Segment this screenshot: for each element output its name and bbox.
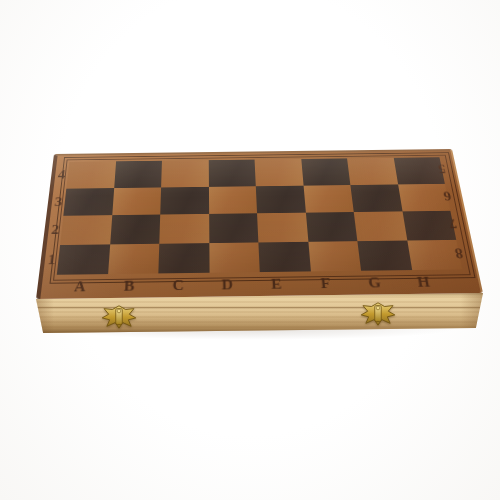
chess-box-photo: 4321 5678 ABCDEFGH	[0, 0, 500, 500]
square-e1	[258, 241, 310, 272]
board-grid	[57, 157, 462, 275]
square-c1	[158, 243, 209, 274]
square-c4	[161, 160, 208, 187]
brass-clasp-right	[359, 300, 397, 328]
square-e3	[256, 185, 306, 213]
square-g3	[350, 184, 402, 212]
square-e4	[255, 159, 304, 186]
file-label-b: B	[104, 276, 154, 296]
file-labels: ABCDEFGH	[54, 273, 449, 297]
file-label-h: H	[398, 273, 450, 293]
square-f4	[301, 158, 351, 185]
square-f1	[308, 241, 361, 272]
square-d2	[209, 213, 259, 242]
file-label-f: F	[300, 274, 351, 294]
file-label-e: E	[252, 274, 302, 294]
square-f3	[303, 185, 354, 213]
square-b4	[114, 161, 162, 188]
square-c2	[159, 214, 209, 243]
square-d1	[209, 242, 260, 273]
square-a2	[60, 215, 112, 244]
square-f2	[305, 212, 357, 241]
square-b3	[112, 187, 161, 215]
file-label-a: A	[54, 277, 105, 297]
square-d4	[208, 160, 256, 187]
square-a3	[63, 188, 113, 216]
file-label-d: D	[203, 275, 252, 295]
square-g4	[347, 158, 398, 185]
brass-clasp-left	[100, 303, 138, 331]
square-e2	[257, 213, 308, 242]
square-c3	[160, 186, 208, 214]
file-label-c: C	[153, 276, 202, 296]
square-b2	[110, 215, 161, 244]
square-a4	[66, 161, 115, 188]
square-g2	[354, 211, 407, 240]
file-label-g: G	[349, 273, 401, 293]
square-b1	[108, 243, 160, 274]
square-d3	[208, 186, 257, 214]
square-g1	[357, 240, 411, 271]
box-lid-top: 4321 5678 ABCDEFGH	[36, 149, 483, 299]
square-a1	[57, 244, 110, 275]
